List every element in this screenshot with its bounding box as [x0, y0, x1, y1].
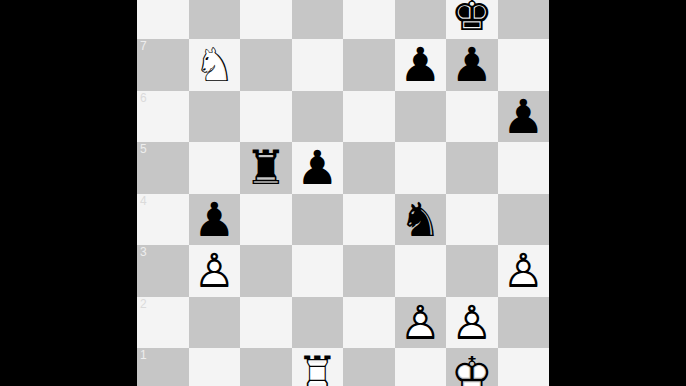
square-e6[interactable] [343, 91, 395, 143]
piece-white-knight[interactable]: ♘ [189, 39, 241, 91]
square-h5[interactable] [498, 142, 550, 194]
piece-black-pawn[interactable]: ♟ [446, 39, 498, 91]
square-g2[interactable]: ♟♙ [446, 297, 498, 349]
rank-label-1: 1 [140, 349, 147, 361]
square-a6[interactable]: 6 [137, 91, 189, 143]
square-h4[interactable] [498, 194, 550, 246]
rank-label-6: 6 [140, 92, 147, 104]
piece-white-pawn[interactable]: ♙ [189, 245, 241, 297]
square-h1[interactable] [498, 348, 550, 386]
square-g6[interactable] [446, 91, 498, 143]
square-b3[interactable]: ♟♙ [189, 245, 241, 297]
piece-white-pawn[interactable]: ♙ [395, 297, 447, 349]
square-d1[interactable]: ♜♖ [292, 348, 344, 386]
rank-label-5: 5 [140, 143, 147, 155]
square-a5[interactable]: 5 [137, 142, 189, 194]
square-e3[interactable] [343, 245, 395, 297]
square-h6[interactable]: ♟ [498, 91, 550, 143]
square-a4[interactable]: 4 [137, 194, 189, 246]
piece-white-rook[interactable]: ♖ [292, 348, 344, 386]
square-h8[interactable] [498, 0, 550, 39]
square-c5[interactable]: ♜ [240, 142, 292, 194]
square-c6[interactable] [240, 91, 292, 143]
square-d2[interactable] [292, 297, 344, 349]
square-f5[interactable] [395, 142, 447, 194]
square-b2[interactable] [189, 297, 241, 349]
square-g5[interactable] [446, 142, 498, 194]
square-g7[interactable]: ♟ [446, 39, 498, 91]
square-c1[interactable] [240, 348, 292, 386]
square-d4[interactable] [292, 194, 344, 246]
piece-black-pawn[interactable]: ♟ [292, 142, 344, 194]
piece-white-pawn[interactable]: ♙ [498, 245, 550, 297]
square-g8[interactable]: ♚ [446, 0, 498, 39]
piece-black-king[interactable]: ♚ [446, 0, 498, 39]
square-b1[interactable] [189, 348, 241, 386]
piece-black-knight[interactable]: ♞ [395, 194, 447, 246]
piece-black-pawn[interactable]: ♟ [395, 39, 447, 91]
square-f8[interactable] [395, 0, 447, 39]
square-b5[interactable] [189, 142, 241, 194]
rank-label-7: 7 [140, 40, 147, 52]
square-g3[interactable] [446, 245, 498, 297]
piece-white-king[interactable]: ♔ [446, 348, 498, 386]
square-a8[interactable]: 8 [137, 0, 189, 39]
square-d6[interactable] [292, 91, 344, 143]
rank-label-2: 2 [140, 298, 147, 310]
piece-white-pawn[interactable]: ♙ [446, 297, 498, 349]
square-c8[interactable] [240, 0, 292, 39]
square-a1[interactable]: 1 [137, 348, 189, 386]
square-f2[interactable]: ♟♙ [395, 297, 447, 349]
square-e4[interactable] [343, 194, 395, 246]
square-d7[interactable] [292, 39, 344, 91]
square-c4[interactable] [240, 194, 292, 246]
square-h3[interactable]: ♟♙ [498, 245, 550, 297]
piece-black-pawn[interactable]: ♟ [189, 194, 241, 246]
square-c3[interactable] [240, 245, 292, 297]
square-a2[interactable]: 2 [137, 297, 189, 349]
square-e7[interactable] [343, 39, 395, 91]
chess-board[interactable]: 8♚7♞♘♟♟6♟5♜♟4♟♞3♟♙♟♙2♟♙♟♙1♜♖♚♔ [137, 0, 549, 386]
square-f6[interactable] [395, 91, 447, 143]
square-g4[interactable] [446, 194, 498, 246]
square-d8[interactable] [292, 0, 344, 39]
square-b8[interactable] [189, 0, 241, 39]
square-a7[interactable]: 7 [137, 39, 189, 91]
square-f3[interactable] [395, 245, 447, 297]
rank-label-4: 4 [140, 195, 147, 207]
square-f7[interactable]: ♟ [395, 39, 447, 91]
square-e2[interactable] [343, 297, 395, 349]
square-b7[interactable]: ♞♘ [189, 39, 241, 91]
square-e1[interactable] [343, 348, 395, 386]
square-b6[interactable] [189, 91, 241, 143]
square-d3[interactable] [292, 245, 344, 297]
square-f1[interactable] [395, 348, 447, 386]
square-b4[interactable]: ♟ [189, 194, 241, 246]
square-c2[interactable] [240, 297, 292, 349]
letterboxed-stage: 8♚7♞♘♟♟6♟5♜♟4♟♞3♟♙♟♙2♟♙♟♙1♜♖♚♔ [0, 0, 686, 386]
square-a3[interactable]: 3 [137, 245, 189, 297]
square-f4[interactable]: ♞ [395, 194, 447, 246]
square-g1[interactable]: ♚♔ [446, 348, 498, 386]
square-e8[interactable] [343, 0, 395, 39]
square-e5[interactable] [343, 142, 395, 194]
piece-black-rook[interactable]: ♜ [240, 142, 292, 194]
piece-black-pawn[interactable]: ♟ [498, 91, 550, 143]
rank-label-8: 8 [140, 0, 147, 1]
square-h2[interactable] [498, 297, 550, 349]
square-d5[interactable]: ♟ [292, 142, 344, 194]
rank-label-3: 3 [140, 246, 147, 258]
square-c7[interactable] [240, 39, 292, 91]
square-h7[interactable] [498, 39, 550, 91]
